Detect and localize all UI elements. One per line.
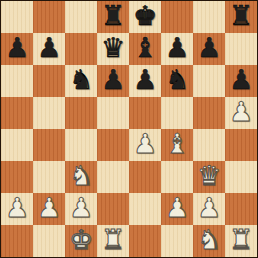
square-a7[interactable]: ♟ [1, 33, 33, 65]
square-h3[interactable] [225, 161, 257, 193]
square-h2[interactable] [225, 193, 257, 225]
black-knight-f6: ♞ [165, 65, 189, 96]
square-g3[interactable]: ♛ [193, 161, 225, 193]
square-h6[interactable]: ♟ [225, 65, 257, 97]
square-g2[interactable]: ♟ [193, 193, 225, 225]
square-e1[interactable] [129, 225, 161, 257]
square-f8[interactable] [161, 1, 193, 33]
white-king-c1: ♚ [69, 225, 93, 256]
square-h8[interactable]: ♜ [225, 1, 257, 33]
white-pawn-f2: ♟ [165, 193, 189, 224]
white-queen-g3: ♛ [197, 161, 221, 192]
square-d1[interactable]: ♜ [97, 225, 129, 257]
square-d8[interactable]: ♜ [97, 1, 129, 33]
white-pawn-a2: ♟ [5, 193, 29, 224]
square-f7[interactable]: ♟ [161, 33, 193, 65]
square-g6[interactable] [193, 65, 225, 97]
white-pawn-g2: ♟ [197, 193, 221, 224]
square-a6[interactable] [1, 65, 33, 97]
white-rook-d1: ♜ [101, 225, 125, 256]
black-rook-h8: ♜ [229, 1, 253, 32]
square-e5[interactable] [129, 97, 161, 129]
square-c7[interactable] [65, 33, 97, 65]
square-d7[interactable]: ♛ [97, 33, 129, 65]
square-b3[interactable] [33, 161, 65, 193]
square-c8[interactable] [65, 1, 97, 33]
square-c5[interactable] [65, 97, 97, 129]
black-pawn-e6: ♟ [133, 65, 157, 96]
square-b4[interactable] [33, 129, 65, 161]
square-g5[interactable] [193, 97, 225, 129]
black-pawn-g7: ♟ [197, 33, 221, 64]
square-f4[interactable]: ♝ [161, 129, 193, 161]
black-king-e8: ♚ [133, 1, 157, 32]
square-b1[interactable] [33, 225, 65, 257]
square-c1[interactable]: ♚ [65, 225, 97, 257]
square-c3[interactable]: ♞ [65, 161, 97, 193]
square-a8[interactable] [1, 1, 33, 33]
square-g4[interactable] [193, 129, 225, 161]
white-pawn-b2: ♟ [37, 193, 61, 224]
white-bishop-f4: ♝ [165, 129, 189, 160]
square-e6[interactable]: ♟ [129, 65, 161, 97]
square-d2[interactable] [97, 193, 129, 225]
square-d6[interactable]: ♟ [97, 65, 129, 97]
black-rook-d8: ♜ [101, 1, 125, 32]
black-pawn-h6: ♟ [229, 65, 253, 96]
square-a5[interactable] [1, 97, 33, 129]
square-f5[interactable] [161, 97, 193, 129]
square-e8[interactable]: ♚ [129, 1, 161, 33]
square-f6[interactable]: ♞ [161, 65, 193, 97]
square-g1[interactable]: ♞ [193, 225, 225, 257]
square-a2[interactable]: ♟ [1, 193, 33, 225]
square-d3[interactable] [97, 161, 129, 193]
square-b5[interactable] [33, 97, 65, 129]
white-knight-g1: ♞ [197, 225, 221, 256]
chess-diagram: ♜♚♜♟♟♛♝♟♟♞♟♟♞♟♟♟♝♞♛♟♟♟♟♟♚♜♞♜ [0, 0, 258, 258]
square-d5[interactable] [97, 97, 129, 129]
black-pawn-f7: ♟ [165, 33, 189, 64]
square-h1[interactable]: ♜ [225, 225, 257, 257]
black-queen-d7: ♛ [101, 33, 125, 64]
square-g8[interactable] [193, 1, 225, 33]
square-b7[interactable]: ♟ [33, 33, 65, 65]
square-c6[interactable]: ♞ [65, 65, 97, 97]
square-e3[interactable] [129, 161, 161, 193]
square-a4[interactable] [1, 129, 33, 161]
square-h5[interactable]: ♟ [225, 97, 257, 129]
black-pawn-a7: ♟ [5, 33, 29, 64]
square-a1[interactable] [1, 225, 33, 257]
square-e2[interactable] [129, 193, 161, 225]
white-knight-c3: ♞ [69, 161, 93, 192]
square-h4[interactable] [225, 129, 257, 161]
square-f3[interactable] [161, 161, 193, 193]
square-c4[interactable] [65, 129, 97, 161]
square-f2[interactable]: ♟ [161, 193, 193, 225]
square-a3[interactable] [1, 161, 33, 193]
square-g7[interactable]: ♟ [193, 33, 225, 65]
square-c2[interactable]: ♟ [65, 193, 97, 225]
square-b6[interactable] [33, 65, 65, 97]
square-f1[interactable] [161, 225, 193, 257]
square-e4[interactable]: ♟ [129, 129, 161, 161]
square-b2[interactable]: ♟ [33, 193, 65, 225]
black-pawn-b7: ♟ [37, 33, 61, 64]
white-rook-h1: ♜ [229, 225, 253, 256]
black-pawn-d6: ♟ [101, 65, 125, 96]
square-b8[interactable] [33, 1, 65, 33]
black-knight-c6: ♞ [69, 65, 93, 96]
white-pawn-e4: ♟ [133, 129, 157, 160]
white-pawn-h5: ♟ [229, 97, 253, 128]
square-e7[interactable]: ♝ [129, 33, 161, 65]
chess-board: ♜♚♜♟♟♛♝♟♟♞♟♟♞♟♟♟♝♞♛♟♟♟♟♟♚♜♞♜ [0, 0, 258, 258]
black-bishop-e7: ♝ [133, 33, 157, 64]
square-d4[interactable] [97, 129, 129, 161]
white-pawn-c2: ♟ [69, 193, 93, 224]
square-h7[interactable] [225, 33, 257, 65]
